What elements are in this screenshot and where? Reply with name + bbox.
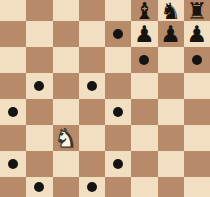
move-hint-e4[interactable] [113,107,123,117]
square-a8[interactable] [0,0,26,21]
square-a6[interactable] [0,47,26,73]
square-d7[interactable] [79,21,105,47]
square-g1[interactable] [158,177,184,197]
square-f8[interactable]: ♝ [131,0,157,21]
square-d8[interactable] [79,0,105,21]
square-e5[interactable] [105,73,131,99]
move-hint-d1[interactable] [87,182,97,192]
square-e4[interactable] [105,99,131,125]
piece-black-pawn[interactable]: ♟ [134,23,155,46]
square-b7[interactable] [26,21,52,47]
piece-black-pawn[interactable]: ♟ [187,23,208,46]
square-e3[interactable] [105,125,131,151]
square-h8[interactable]: ♜ [184,0,210,21]
square-f4[interactable] [131,99,157,125]
square-b2[interactable] [26,151,52,177]
square-h6[interactable] [184,47,210,73]
square-a7[interactable] [0,21,26,47]
square-f2[interactable] [131,151,157,177]
square-e1[interactable] [105,177,131,197]
square-b6[interactable] [26,47,52,73]
square-b8[interactable] [26,0,52,21]
move-hint-f6[interactable] [139,55,149,65]
piece-black-rook[interactable]: ♜ [187,1,208,21]
square-f7[interactable]: ♟ [131,21,157,47]
square-f5[interactable] [131,73,157,99]
square-c8[interactable] [53,0,79,21]
square-h1[interactable] [184,177,210,197]
square-g7[interactable]: ♟ [158,21,184,47]
square-a1[interactable] [0,177,26,197]
square-a4[interactable] [0,99,26,125]
square-a5[interactable] [0,73,26,99]
square-b3[interactable] [26,125,52,151]
square-e6[interactable] [105,47,131,73]
square-e8[interactable] [105,0,131,21]
move-hint-a4[interactable] [8,107,18,117]
square-g5[interactable] [158,73,184,99]
move-hint-b1[interactable] [34,182,44,192]
square-d4[interactable] [79,99,105,125]
square-d1[interactable] [79,177,105,197]
square-a2[interactable] [0,151,26,177]
square-c5[interactable] [53,73,79,99]
move-hint-b5[interactable] [34,81,44,91]
square-d6[interactable] [79,47,105,73]
square-e7[interactable] [105,21,131,47]
square-f3[interactable] [131,125,157,151]
move-hint-e7[interactable] [113,29,123,39]
square-h4[interactable] [184,99,210,125]
square-g3[interactable] [158,125,184,151]
square-h3[interactable] [184,125,210,151]
square-c1[interactable] [53,177,79,197]
square-b4[interactable] [26,99,52,125]
square-a3[interactable] [0,125,26,151]
square-d2[interactable] [79,151,105,177]
square-g2[interactable] [158,151,184,177]
square-c4[interactable] [53,99,79,125]
piece-white-knight[interactable]: ♞ [54,126,76,151]
square-c7[interactable] [53,21,79,47]
square-d5[interactable] [79,73,105,99]
square-h2[interactable] [184,151,210,177]
move-hint-h6[interactable] [192,55,202,65]
square-f6[interactable] [131,47,157,73]
square-d3[interactable] [79,125,105,151]
square-c6[interactable] [53,47,79,73]
square-b5[interactable] [26,73,52,99]
square-f1[interactable] [131,177,157,197]
square-h7[interactable]: ♟ [184,21,210,47]
square-g4[interactable] [158,99,184,125]
move-hint-d5[interactable] [87,81,97,91]
board-viewport: ♝♞♜♟♟♟♞ [0,0,210,197]
square-g6[interactable] [158,47,184,73]
square-c2[interactable] [53,151,79,177]
move-hint-a2[interactable] [8,159,18,169]
piece-black-pawn[interactable]: ♟ [160,23,181,46]
square-e2[interactable] [105,151,131,177]
square-c3[interactable]: ♞ [53,125,79,151]
square-b1[interactable] [26,177,52,197]
square-h5[interactable] [184,73,210,99]
piece-black-knight[interactable]: ♞ [160,1,181,21]
chess-board: ♝♞♜♟♟♟♞ [0,0,210,197]
piece-black-bishop[interactable]: ♝ [134,1,155,21]
move-hint-e2[interactable] [113,159,123,169]
square-g8[interactable]: ♞ [158,0,184,21]
